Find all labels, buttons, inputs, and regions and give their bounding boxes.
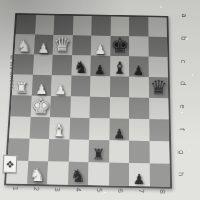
piece-black-pawn-f6[interactable]: ♟	[113, 127, 126, 141]
rank-label-1: 1	[7, 178, 21, 199]
square-b1[interactable]: ♞	[14, 34, 34, 54]
rank-label-5: 5	[91, 180, 105, 200]
rank-label-8: 8	[154, 181, 168, 200]
square-d2[interactable]: ♟	[31, 75, 51, 96]
square-g5[interactable]: ♜	[89, 140, 109, 163]
square-c3[interactable]	[52, 55, 72, 76]
file-label-d: d	[171, 76, 194, 90]
square-a1[interactable]	[16, 15, 36, 35]
chessboard-photo: ♞♟♛♟♚♞♟♝♟♜♟♟♛♚♝♟♜♞♞♟ 12345678 abcdefgh Ⓜ…	[0, 0, 200, 200]
rank-label-6: 6	[112, 180, 126, 200]
dust-speck	[181, 112, 183, 113]
dust-speck	[186, 38, 188, 40]
square-d6[interactable]	[110, 76, 130, 97]
square-f1[interactable]	[9, 117, 30, 139]
piece-white-knight-b1[interactable]: ♞	[17, 38, 32, 55]
square-f5[interactable]	[89, 118, 109, 140]
piece-white-king-e2[interactable]: ♚	[31, 96, 50, 117]
piece-white-pawn-d3[interactable]: ♟	[55, 83, 67, 97]
square-b5[interactable]: ♟	[91, 36, 110, 56]
square-a8[interactable]	[148, 17, 167, 37]
file-label-a: a	[172, 8, 195, 22]
square-b4[interactable]	[72, 35, 92, 55]
piece-black-queen-d8[interactable]: ♛	[149, 78, 167, 98]
square-a4[interactable]	[72, 16, 91, 36]
square-d8[interactable]: ♛	[148, 77, 168, 98]
square-c5[interactable]: ♟	[90, 56, 110, 77]
rank-label-7: 7	[133, 180, 147, 200]
file-label-f: f	[170, 122, 193, 136]
square-b2[interactable]: ♟	[34, 35, 54, 55]
square-b8[interactable]	[148, 37, 167, 57]
square-e8[interactable]	[149, 98, 169, 120]
piece-black-rook-g5[interactable]: ♜	[92, 148, 106, 163]
right-file-coordinates: abcdefgh	[173, 4, 191, 186]
square-d4[interactable]	[70, 76, 90, 97]
dust-speck	[160, 6, 162, 8]
bottom-rank-coordinates: 12345678	[4, 181, 172, 199]
maker-emblem-icon: ❖	[3, 155, 18, 173]
square-e7[interactable]	[129, 98, 149, 120]
square-a2[interactable]	[35, 15, 55, 35]
square-a3[interactable]	[54, 15, 74, 35]
square-b3[interactable]: ♛	[53, 35, 73, 55]
board-scene: ♞♟♛♟♚♞♟♝♟♜♟♟♛♚♝♟♜♞♞♟	[4, 0, 172, 187]
square-d5[interactable]	[90, 76, 110, 97]
board-brand-text: Ⓜ MS CHESS	[9, 50, 14, 96]
square-f8[interactable]	[149, 119, 169, 141]
square-f4[interactable]	[69, 118, 89, 140]
chess-board[interactable]: ♞♟♛♟♚♞♟♝♟♜♟♟♛♚♝♟♜♞♞♟	[4, 13, 172, 189]
square-f6[interactable]: ♟	[109, 118, 129, 140]
piece-black-bishop-c6[interactable]: ♝	[112, 60, 128, 77]
file-label-h: h	[169, 167, 192, 181]
file-label-g: g	[169, 145, 192, 159]
square-g3[interactable]	[48, 139, 69, 162]
square-c4[interactable]: ♞	[71, 55, 91, 76]
square-g7[interactable]	[129, 141, 149, 164]
dust-speck	[104, 192, 106, 193]
square-e3[interactable]	[50, 96, 70, 118]
square-c1[interactable]	[13, 54, 33, 75]
piece-black-king-b6[interactable]: ♚	[110, 36, 129, 57]
square-b6[interactable]: ♚	[110, 36, 129, 56]
dust-speck	[189, 150, 190, 151]
square-c7[interactable]: ♟	[129, 56, 148, 77]
square-f3[interactable]: ♝	[49, 117, 70, 139]
piece-black-pawn-c7[interactable]: ♟	[133, 64, 145, 77]
square-b7[interactable]	[129, 36, 148, 56]
square-d7[interactable]	[129, 77, 149, 98]
square-g4[interactable]	[68, 139, 89, 162]
square-g8[interactable]	[149, 141, 169, 164]
piece-black-pawn-c5[interactable]: ♟	[94, 63, 106, 76]
piece-white-queen-b3[interactable]: ♛	[53, 35, 71, 55]
square-e6[interactable]	[109, 97, 129, 119]
piece-black-knight-c4[interactable]: ♞	[73, 59, 89, 76]
square-g2[interactable]	[28, 139, 49, 162]
square-e2[interactable]: ♚	[30, 96, 51, 118]
square-c2[interactable]	[32, 54, 52, 75]
square-e5[interactable]	[89, 97, 109, 119]
square-d3[interactable]: ♟	[51, 75, 71, 96]
square-e1[interactable]	[10, 95, 31, 117]
rank-label-3: 3	[49, 179, 63, 200]
file-label-c: c	[171, 54, 194, 68]
square-a7[interactable]	[129, 17, 148, 37]
square-f7[interactable]	[129, 119, 149, 141]
file-label-b: b	[172, 31, 195, 45]
piece-white-bishop-f3[interactable]: ♝	[51, 122, 67, 140]
square-c8[interactable]	[148, 57, 168, 78]
piece-white-pawn-b5[interactable]: ♟	[95, 43, 107, 56]
square-e4[interactable]	[70, 96, 90, 118]
square-d1[interactable]: ♜	[12, 74, 33, 95]
rank-label-2: 2	[28, 178, 42, 199]
piece-white-pawn-b2[interactable]: ♟	[37, 42, 49, 55]
rank-label-4: 4	[70, 179, 84, 200]
piece-white-rook-d1[interactable]: ♜	[15, 81, 28, 95]
dust-speck	[192, 74, 193, 76]
square-a5[interactable]	[91, 16, 110, 36]
square-g6[interactable]	[109, 140, 129, 163]
square-f2[interactable]	[29, 117, 50, 139]
square-c6[interactable]: ♝	[110, 56, 129, 77]
